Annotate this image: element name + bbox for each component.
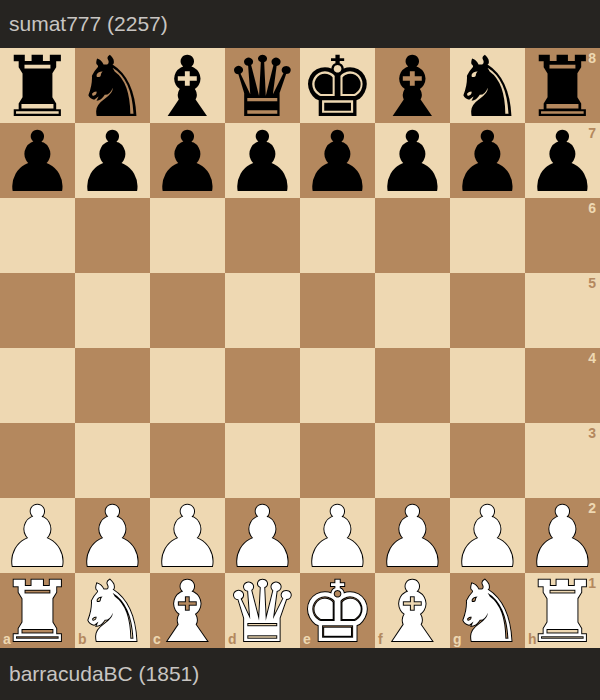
square-h4[interactable]: 4 bbox=[525, 348, 600, 423]
square-f3[interactable] bbox=[375, 423, 450, 498]
square-g8[interactable]: ♞ bbox=[450, 48, 525, 123]
chess-app: sumat777 (2257) ♜♞♝♛♚♝♞8♜♟♟♟♟♟♟♟7♟6543♟♟… bbox=[0, 0, 600, 700]
square-e8[interactable]: ♚ bbox=[300, 48, 375, 123]
square-e4[interactable] bbox=[300, 348, 375, 423]
square-b4[interactable] bbox=[75, 348, 150, 423]
piece-white-bishop[interactable]: ♝ bbox=[150, 574, 225, 649]
square-c7[interactable]: ♟ bbox=[150, 123, 225, 198]
square-d7[interactable]: ♟ bbox=[225, 123, 300, 198]
square-e7[interactable]: ♟ bbox=[300, 123, 375, 198]
piece-white-king[interactable]: ♚ bbox=[300, 574, 375, 649]
square-d1[interactable]: d♛ bbox=[225, 573, 300, 648]
piece-white-rook[interactable]: ♜ bbox=[525, 574, 600, 649]
square-b3[interactable] bbox=[75, 423, 150, 498]
square-g5[interactable] bbox=[450, 273, 525, 348]
rank-label-4: 4 bbox=[588, 351, 596, 365]
piece-white-rook[interactable]: ♜ bbox=[0, 574, 75, 649]
piece-white-bishop[interactable]: ♝ bbox=[375, 574, 450, 649]
square-b2[interactable]: ♟ bbox=[75, 498, 150, 573]
square-e5[interactable] bbox=[300, 273, 375, 348]
piece-black-pawn[interactable]: ♟ bbox=[225, 124, 300, 199]
piece-black-pawn[interactable]: ♟ bbox=[75, 124, 150, 199]
square-e3[interactable] bbox=[300, 423, 375, 498]
square-c8[interactable]: ♝ bbox=[150, 48, 225, 123]
square-f4[interactable] bbox=[375, 348, 450, 423]
square-f2[interactable]: ♟ bbox=[375, 498, 450, 573]
square-d4[interactable] bbox=[225, 348, 300, 423]
piece-white-knight[interactable]: ♞ bbox=[450, 574, 525, 649]
square-a5[interactable] bbox=[0, 273, 75, 348]
square-f7[interactable]: ♟ bbox=[375, 123, 450, 198]
square-a1[interactable]: a♜ bbox=[0, 573, 75, 648]
square-g7[interactable]: ♟ bbox=[450, 123, 525, 198]
square-c3[interactable] bbox=[150, 423, 225, 498]
square-g3[interactable] bbox=[450, 423, 525, 498]
square-c2[interactable]: ♟ bbox=[150, 498, 225, 573]
square-a2[interactable]: ♟ bbox=[0, 498, 75, 573]
square-f5[interactable] bbox=[375, 273, 450, 348]
square-h1[interactable]: 1h♜ bbox=[525, 573, 600, 648]
piece-black-pawn[interactable]: ♟ bbox=[525, 124, 600, 199]
square-h7[interactable]: 7♟ bbox=[525, 123, 600, 198]
top-player-name[interactable]: sumat777 (2257) bbox=[9, 12, 168, 36]
square-c4[interactable] bbox=[150, 348, 225, 423]
piece-white-knight[interactable]: ♞ bbox=[75, 574, 150, 649]
piece-black-pawn[interactable]: ♟ bbox=[375, 124, 450, 199]
chess-board[interactable]: ♜♞♝♛♚♝♞8♜♟♟♟♟♟♟♟7♟6543♟♟♟♟♟♟♟2♟a♜b♞c♝d♛e… bbox=[0, 48, 600, 648]
square-c1[interactable]: c♝ bbox=[150, 573, 225, 648]
piece-black-pawn[interactable]: ♟ bbox=[300, 124, 375, 199]
square-g4[interactable] bbox=[450, 348, 525, 423]
rank-label-3: 3 bbox=[588, 426, 596, 440]
square-h8[interactable]: 8♜ bbox=[525, 48, 600, 123]
piece-black-pawn[interactable]: ♟ bbox=[150, 124, 225, 199]
square-c5[interactable] bbox=[150, 273, 225, 348]
square-h5[interactable]: 5 bbox=[525, 273, 600, 348]
square-a8[interactable]: ♜ bbox=[0, 48, 75, 123]
square-g2[interactable]: ♟ bbox=[450, 498, 525, 573]
square-d3[interactable] bbox=[225, 423, 300, 498]
square-b5[interactable] bbox=[75, 273, 150, 348]
piece-black-pawn[interactable]: ♟ bbox=[450, 124, 525, 199]
square-h3[interactable]: 3 bbox=[525, 423, 600, 498]
square-f1[interactable]: f♝ bbox=[375, 573, 450, 648]
rank-label-5: 5 bbox=[588, 276, 596, 290]
square-a7[interactable]: ♟ bbox=[0, 123, 75, 198]
bottom-player-name[interactable]: barracudaBC (1851) bbox=[9, 662, 199, 686]
square-h2[interactable]: 2♟ bbox=[525, 498, 600, 573]
square-g1[interactable]: g♞ bbox=[450, 573, 525, 648]
square-d8[interactable]: ♛ bbox=[225, 48, 300, 123]
square-b7[interactable]: ♟ bbox=[75, 123, 150, 198]
square-b1[interactable]: b♞ bbox=[75, 573, 150, 648]
square-e1[interactable]: e♚ bbox=[300, 573, 375, 648]
piece-white-queen[interactable]: ♛ bbox=[225, 574, 300, 649]
square-e2[interactable]: ♟ bbox=[300, 498, 375, 573]
piece-black-pawn[interactable]: ♟ bbox=[0, 124, 75, 199]
square-a3[interactable] bbox=[0, 423, 75, 498]
square-a4[interactable] bbox=[0, 348, 75, 423]
square-d5[interactable] bbox=[225, 273, 300, 348]
square-d2[interactable]: ♟ bbox=[225, 498, 300, 573]
square-f8[interactable]: ♝ bbox=[375, 48, 450, 123]
square-b8[interactable]: ♞ bbox=[75, 48, 150, 123]
